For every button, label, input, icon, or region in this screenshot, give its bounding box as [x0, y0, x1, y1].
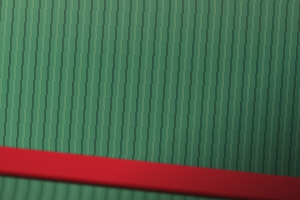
checkers-photo-scene — [0, 0, 300, 200]
